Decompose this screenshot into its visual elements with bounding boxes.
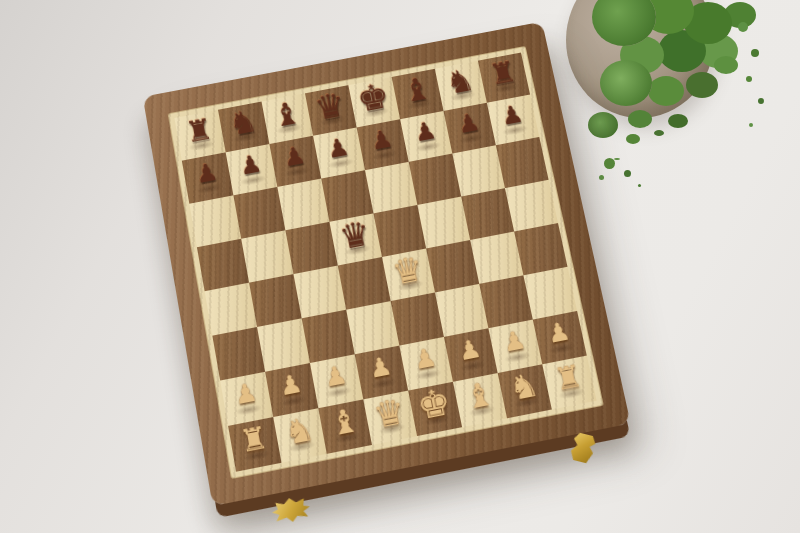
plant-pot xyxy=(566,0,714,118)
light-rook-a1: ♜ xyxy=(227,412,280,467)
light-rook-h1: ♜ xyxy=(541,351,595,405)
light-knight-b1: ♞ xyxy=(272,403,325,458)
dark-pawn-b7: ♟ xyxy=(225,139,277,190)
square-a1: ♜ xyxy=(228,417,281,472)
light-queen-e4: ♛ xyxy=(381,244,434,297)
dark-pawn-h7: ♟ xyxy=(486,90,538,141)
leaf-clump xyxy=(592,0,656,46)
brass-clasp xyxy=(569,432,597,464)
leaf-clump xyxy=(600,60,652,106)
scene: ♜♞♝♛♚♝♞♜♟♟♟♟♟♟♟♟♛♛♟♟♟♟♟♟♟♟♜♞♝♛♚♝♞♜ xyxy=(0,0,800,533)
board-frame: ♜♞♝♛♚♝♞♜♟♟♟♟♟♟♟♟♛♛♟♟♟♟♟♟♟♟♜♞♝♛♚♝♞♜ xyxy=(143,22,631,506)
board-grid: ♜♞♝♛♚♝♞♜♟♟♟♟♟♟♟♟♛♛♟♟♟♟♟♟♟♟♜♞♝♛♚♝♞♜ xyxy=(174,53,596,472)
dark-pawn-c7: ♟ xyxy=(269,131,321,182)
dark-pawn-a7: ♟ xyxy=(181,148,233,199)
leaf-clump xyxy=(588,112,618,138)
board-inlay-border: ♜♞♝♛♚♝♞♜♟♟♟♟♟♟♟♟♛♛♟♟♟♟♟♟♟♟♜♞♝♛♚♝♞♜ xyxy=(169,47,603,478)
brass-hinge xyxy=(270,495,311,525)
dark-queen-d5: ♛ xyxy=(329,209,382,261)
trailing-vine xyxy=(738,22,748,32)
square-b1: ♞ xyxy=(273,408,327,463)
chess-board: ♜♞♝♛♚♝♞♜♟♟♟♟♟♟♟♟♛♛♟♟♟♟♟♟♟♟♜♞♝♛♚♝♞♜ xyxy=(143,22,631,506)
trailing-vine xyxy=(604,158,615,169)
square-h1: ♜ xyxy=(542,356,596,410)
